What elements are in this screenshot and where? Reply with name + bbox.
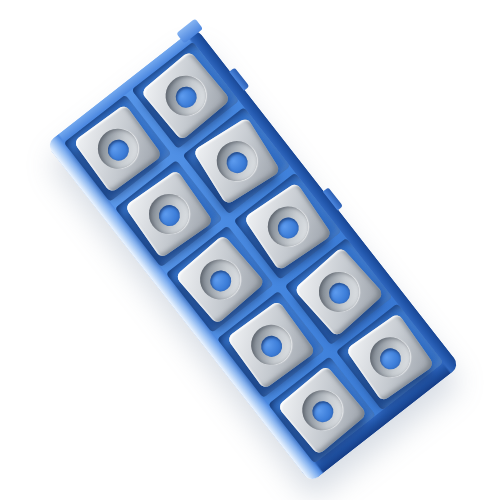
countersink <box>192 251 248 307</box>
countersink <box>157 67 213 123</box>
case-corner-clip <box>176 18 203 43</box>
countersink <box>294 382 350 438</box>
carbide-insert <box>192 117 280 205</box>
countersink <box>141 186 197 242</box>
countersink <box>362 329 418 385</box>
center-hole <box>375 344 404 373</box>
center-hole <box>154 200 183 229</box>
carbide-insert <box>226 300 315 389</box>
countersink <box>209 133 264 188</box>
center-hole <box>222 148 251 177</box>
insert-case <box>46 27 460 483</box>
center-hole <box>324 278 354 308</box>
center-hole <box>170 82 200 112</box>
product-photo <box>0 0 500 500</box>
insert-grid <box>64 42 444 464</box>
countersink <box>260 198 316 254</box>
center-hole <box>103 135 132 164</box>
center-hole <box>256 331 285 360</box>
carbide-insert <box>73 104 162 193</box>
countersink <box>90 120 146 176</box>
carbide-insert <box>124 169 213 258</box>
center-hole <box>273 213 302 242</box>
carbide-insert <box>243 182 332 271</box>
countersink <box>243 317 299 373</box>
carbide-insert <box>345 312 434 401</box>
case-side-clip-upper <box>229 68 249 91</box>
center-hole <box>307 396 337 426</box>
countersink <box>310 263 366 319</box>
center-hole <box>205 266 235 296</box>
carbide-insert <box>277 365 367 455</box>
case-side-clip-lower <box>323 187 343 210</box>
